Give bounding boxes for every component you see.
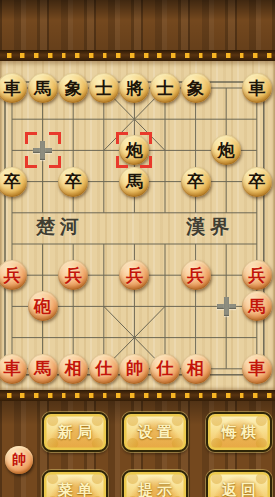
hint-button[interactable]: 提示: [122, 470, 188, 497]
piece-red-cannon-b7[interactable]: 砲: [28, 291, 58, 321]
piece-black-soldier-g3[interactable]: 卒: [181, 167, 211, 197]
piece-black-advisor-left[interactable]: 士: [89, 73, 119, 103]
piece-black-soldier-i3[interactable]: 卒: [242, 167, 272, 197]
piece-black-soldier-c3[interactable]: 卒: [58, 167, 88, 197]
piece-black-horse-e3[interactable]: 馬: [119, 167, 149, 197]
piece-red-advisor-left[interactable]: 仕: [89, 354, 119, 384]
last-move-from-marker-cross: [33, 141, 52, 160]
back-button[interactable]: 返回: [206, 470, 272, 497]
turn-indicator-badge: 帥: [5, 446, 33, 474]
piece-black-elephant-right[interactable]: 象: [181, 73, 211, 103]
app-screen: 楚河 漢界 車馬象士將士象車炮炮卒卒馬卒卒兵兵兵兵兵砲馬車馬相仕帥仕相車 帥 新…: [0, 0, 275, 497]
river-label-han-border: 漢界: [179, 215, 241, 239]
piece-red-chariot-right[interactable]: 車: [242, 354, 272, 384]
piece-red-elephant-right[interactable]: 相: [181, 354, 211, 384]
piece-red-soldier-i6[interactable]: 兵: [242, 260, 272, 290]
piece-black-horse-left[interactable]: 馬: [28, 73, 58, 103]
piece-red-horse-left[interactable]: 馬: [28, 354, 58, 384]
origin-cross-marker-cross: [217, 297, 236, 316]
piece-black-elephant-left[interactable]: 象: [58, 73, 88, 103]
piece-black-soldier-a3[interactable]: 卒: [0, 167, 27, 197]
menu-button[interactable]: 菜单: [42, 470, 108, 497]
piece-black-advisor-right[interactable]: 士: [150, 73, 180, 103]
undo-button[interactable]: 悔棋: [206, 412, 272, 452]
piece-red-horse-i7[interactable]: 馬: [242, 291, 272, 321]
new-game-button[interactable]: 新局: [42, 412, 108, 452]
piece-red-general[interactable]: 帥: [119, 354, 149, 384]
piece-red-advisor-right[interactable]: 仕: [150, 354, 180, 384]
rivet-strip-bottom: [0, 390, 275, 401]
rivet-dots: [2, 393, 275, 398]
piece-red-elephant-left[interactable]: 相: [58, 354, 88, 384]
piece-red-soldier-g6[interactable]: 兵: [181, 260, 211, 290]
piece-black-chariot-right[interactable]: 車: [242, 73, 272, 103]
river-label-chu-river: 楚河: [29, 215, 91, 239]
settings-button[interactable]: 设置: [122, 412, 188, 452]
